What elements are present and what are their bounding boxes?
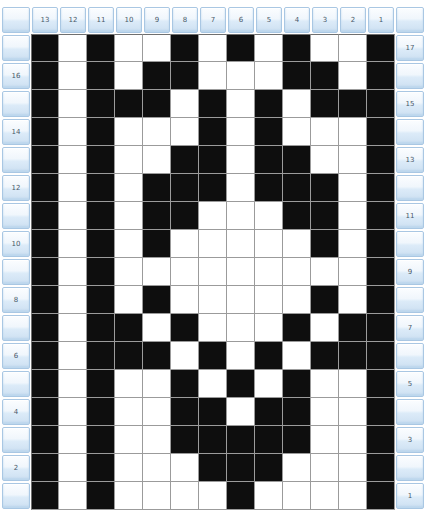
- cell-c8-r11-black[interactable]: [171, 202, 199, 230]
- cell-c5-r13-black[interactable]: [255, 146, 283, 174]
- cell-c10-r11-white[interactable]: [115, 202, 143, 230]
- cell-c2-r15-black[interactable]: [339, 90, 367, 118]
- cell-c8-r14-white[interactable]: [171, 118, 199, 146]
- cell-c13-r10-black[interactable]: [31, 230, 59, 258]
- cell-c6-r1-black[interactable]: [227, 482, 255, 510]
- cell-c5-r14-black[interactable]: [255, 118, 283, 146]
- cell-c7-r17-white[interactable]: [199, 34, 227, 62]
- cell-c11-r8-black[interactable]: [87, 286, 115, 314]
- cell-c1-r9-black[interactable]: [367, 258, 395, 286]
- cell-c2-r10-white[interactable]: [339, 230, 367, 258]
- cell-c4-r17-black[interactable]: [283, 34, 311, 62]
- cell-c8-r5-black[interactable]: [171, 370, 199, 398]
- cell-c10-r15-black[interactable]: [115, 90, 143, 118]
- cell-c6-r2-black[interactable]: [227, 454, 255, 482]
- cell-c9-r16-black[interactable]: [143, 62, 171, 90]
- cell-c4-r10-white[interactable]: [283, 230, 311, 258]
- cell-c3-r7-white[interactable]: [311, 314, 339, 342]
- cell-c12-r16-white[interactable]: [59, 62, 87, 90]
- row-label-left-8: 8: [2, 287, 30, 313]
- cell-c1-r16-black[interactable]: [367, 62, 395, 90]
- cell-c3-r6-black[interactable]: [311, 342, 339, 370]
- col-label-5: 5: [256, 7, 282, 33]
- cell-c13-r14-black[interactable]: [31, 118, 59, 146]
- row-label-right-14: [396, 119, 424, 145]
- cell-c5-r6-black[interactable]: [255, 342, 283, 370]
- cell-c1-r6-black[interactable]: [367, 342, 395, 370]
- cell-c5-r2-black[interactable]: [255, 454, 283, 482]
- cell-c13-r2-black[interactable]: [31, 454, 59, 482]
- row-label-right-16: [396, 63, 424, 89]
- col-label-12: 12: [60, 7, 86, 33]
- cell-c9-r4-white[interactable]: [143, 398, 171, 426]
- cell-c13-r11-black[interactable]: [31, 202, 59, 230]
- row-label-left-14: 14: [2, 119, 30, 145]
- cell-c5-r8-white[interactable]: [255, 286, 283, 314]
- cell-c11-r5-black[interactable]: [87, 370, 115, 398]
- cell-c7-r16-white[interactable]: [199, 62, 227, 90]
- cell-c10-r1-white[interactable]: [115, 482, 143, 510]
- row-label-left-3: [2, 427, 30, 453]
- cell-c7-r6-black[interactable]: [199, 342, 227, 370]
- cell-c5-r3-black[interactable]: [255, 426, 283, 454]
- row-label-right-2: [396, 455, 424, 481]
- cell-c11-r7-black[interactable]: [87, 314, 115, 342]
- row-label-left-2: 2: [2, 455, 30, 481]
- cell-c1-r17-black[interactable]: [367, 34, 395, 62]
- cell-c3-r2-white[interactable]: [311, 454, 339, 482]
- cell-c8-r6-white[interactable]: [171, 342, 199, 370]
- cell-c2-r13-white[interactable]: [339, 146, 367, 174]
- col-label-3: 3: [312, 7, 338, 33]
- cell-c4-r9-white[interactable]: [283, 258, 311, 286]
- row-label-left-17: [2, 35, 30, 61]
- col-label-8: 8: [172, 7, 198, 33]
- cell-c10-r6-black[interactable]: [115, 342, 143, 370]
- cell-c3-r9-white[interactable]: [311, 258, 339, 286]
- cell-c11-r12-black[interactable]: [87, 174, 115, 202]
- row-label-right-13: 13: [396, 147, 424, 173]
- cell-c7-r1-white[interactable]: [199, 482, 227, 510]
- cell-c8-r3-black[interactable]: [171, 426, 199, 454]
- cell-c8-r9-white[interactable]: [171, 258, 199, 286]
- cell-c3-r11-black[interactable]: [311, 202, 339, 230]
- cell-c12-r1-white[interactable]: [59, 482, 87, 510]
- cell-c7-r12-black[interactable]: [199, 174, 227, 202]
- cell-c12-r7-white[interactable]: [59, 314, 87, 342]
- cell-c10-r17-white[interactable]: [115, 34, 143, 62]
- cell-c3-r1-white[interactable]: [311, 482, 339, 510]
- cell-c9-r11-black[interactable]: [143, 202, 171, 230]
- cell-c11-r1-black[interactable]: [87, 482, 115, 510]
- row-label-right-12: [396, 175, 424, 201]
- row-label-left-12: 12: [2, 175, 30, 201]
- cell-c8-r16-black[interactable]: [171, 62, 199, 90]
- cell-c4-r3-black[interactable]: [283, 426, 311, 454]
- cell-c12-r4-white[interactable]: [59, 398, 87, 426]
- cell-c10-r13-white[interactable]: [115, 146, 143, 174]
- row-label-right-3: 3: [396, 427, 424, 453]
- cell-c2-r3-white[interactable]: [339, 426, 367, 454]
- cell-c1-r7-black[interactable]: [367, 314, 395, 342]
- row-label-right-8: [396, 287, 424, 313]
- cell-c9-r13-white[interactable]: [143, 146, 171, 174]
- cell-c6-r9-white[interactable]: [227, 258, 255, 286]
- cell-c5-r12-black[interactable]: [255, 174, 283, 202]
- cell-c8-r1-white[interactable]: [171, 482, 199, 510]
- row-label-left-15: [2, 91, 30, 117]
- cell-c11-r16-black[interactable]: [87, 62, 115, 90]
- cell-c4-r13-black[interactable]: [283, 146, 311, 174]
- cell-c3-r14-white[interactable]: [311, 118, 339, 146]
- cell-c4-r15-white[interactable]: [283, 90, 311, 118]
- cell-c3-r10-black[interactable]: [311, 230, 339, 258]
- cell-c9-r15-black[interactable]: [143, 90, 171, 118]
- cell-c9-r2-white[interactable]: [143, 454, 171, 482]
- cell-c10-r4-white[interactable]: [115, 398, 143, 426]
- row-label-right-17: 17: [396, 35, 424, 61]
- cell-c10-r16-white[interactable]: [115, 62, 143, 90]
- cell-c6-r5-black[interactable]: [227, 370, 255, 398]
- cell-c10-r10-white[interactable]: [115, 230, 143, 258]
- cell-c13-r13-black[interactable]: [31, 146, 59, 174]
- row-label-right-5: 5: [396, 371, 424, 397]
- cell-c7-r11-white[interactable]: [199, 202, 227, 230]
- cell-c7-r14-black[interactable]: [199, 118, 227, 146]
- cell-c11-r9-black[interactable]: [87, 258, 115, 286]
- cell-c3-r8-black[interactable]: [311, 286, 339, 314]
- cell-c2-r12-white[interactable]: [339, 174, 367, 202]
- cell-c9-r7-white[interactable]: [143, 314, 171, 342]
- row-label-left-7: [2, 315, 30, 341]
- cell-c1-r5-black[interactable]: [367, 370, 395, 398]
- cell-c7-r10-white[interactable]: [199, 230, 227, 258]
- corner-top-left: [2, 7, 30, 33]
- cell-c5-r4-black[interactable]: [255, 398, 283, 426]
- col-label-13: 13: [32, 7, 58, 33]
- cell-c4-r14-white[interactable]: [283, 118, 311, 146]
- row-label-right-11: 11: [396, 203, 424, 229]
- cell-c11-r17-black[interactable]: [87, 34, 115, 62]
- cell-c1-r8-black[interactable]: [367, 286, 395, 314]
- cell-c8-r12-black[interactable]: [171, 174, 199, 202]
- cell-c13-r9-black[interactable]: [31, 258, 59, 286]
- cell-c5-r7-white[interactable]: [255, 314, 283, 342]
- cell-c13-r6-black[interactable]: [31, 342, 59, 370]
- row-label-left-9: [2, 259, 30, 285]
- cell-c10-r2-white[interactable]: [115, 454, 143, 482]
- cell-c6-r10-white[interactable]: [227, 230, 255, 258]
- cell-c8-r17-black[interactable]: [171, 34, 199, 62]
- cell-c3-r13-white[interactable]: [311, 146, 339, 174]
- cell-c2-r17-white[interactable]: [339, 34, 367, 62]
- cell-c7-r4-black[interactable]: [199, 398, 227, 426]
- cell-c7-r3-black[interactable]: [199, 426, 227, 454]
- cell-c9-r5-white[interactable]: [143, 370, 171, 398]
- cell-c12-r14-white[interactable]: [59, 118, 87, 146]
- cell-c2-r7-black[interactable]: [339, 314, 367, 342]
- row-label-left-6: 6: [2, 343, 30, 369]
- col-label-9: 9: [144, 7, 170, 33]
- cell-c13-r16-black[interactable]: [31, 62, 59, 90]
- row-label-right-10: [396, 231, 424, 257]
- cell-c13-r4-black[interactable]: [31, 398, 59, 426]
- cell-c3-r5-white[interactable]: [311, 370, 339, 398]
- cell-c4-r2-white[interactable]: [283, 454, 311, 482]
- cell-c8-r2-white[interactable]: [171, 454, 199, 482]
- cell-c12-r2-white[interactable]: [59, 454, 87, 482]
- cell-c10-r14-white[interactable]: [115, 118, 143, 146]
- cell-c3-r4-white[interactable]: [311, 398, 339, 426]
- col-label-4: 4: [284, 7, 310, 33]
- row-label-right-7: 7: [396, 315, 424, 341]
- cell-c11-r2-black[interactable]: [87, 454, 115, 482]
- cell-c4-r16-black[interactable]: [283, 62, 311, 90]
- row-label-left-5: [2, 371, 30, 397]
- cell-c6-r6-white[interactable]: [227, 342, 255, 370]
- cell-c5-r16-white[interactable]: [255, 62, 283, 90]
- cell-c5-r11-white[interactable]: [255, 202, 283, 230]
- cell-c6-r15-white[interactable]: [227, 90, 255, 118]
- cell-c12-r13-white[interactable]: [59, 146, 87, 174]
- cell-c1-r14-black[interactable]: [367, 118, 395, 146]
- cell-c9-r9-white[interactable]: [143, 258, 171, 286]
- cell-c5-r10-white[interactable]: [255, 230, 283, 258]
- cell-c4-r4-black[interactable]: [283, 398, 311, 426]
- cell-c9-r6-black[interactable]: [143, 342, 171, 370]
- cell-c9-r3-white[interactable]: [143, 426, 171, 454]
- cell-c1-r2-black[interactable]: [367, 454, 395, 482]
- cell-c6-r16-white[interactable]: [227, 62, 255, 90]
- cell-c6-r12-white[interactable]: [227, 174, 255, 202]
- row-label-right-4: [396, 399, 424, 425]
- cell-c6-r14-white[interactable]: [227, 118, 255, 146]
- col-label-1: 1: [368, 7, 394, 33]
- cell-c13-r1-black[interactable]: [31, 482, 59, 510]
- cell-c2-r2-white[interactable]: [339, 454, 367, 482]
- cell-c4-r5-black[interactable]: [283, 370, 311, 398]
- cell-c9-r14-white[interactable]: [143, 118, 171, 146]
- cell-c4-r8-white[interactable]: [283, 286, 311, 314]
- cell-c13-r15-black[interactable]: [31, 90, 59, 118]
- cell-c12-r11-white[interactable]: [59, 202, 87, 230]
- cell-c6-r8-white[interactable]: [227, 286, 255, 314]
- cell-c13-r17-black[interactable]: [31, 34, 59, 62]
- cell-c9-r10-black[interactable]: [143, 230, 171, 258]
- cell-c8-r13-black[interactable]: [171, 146, 199, 174]
- cell-c5-r15-black[interactable]: [255, 90, 283, 118]
- row-label-right-9: 9: [396, 259, 424, 285]
- col-label-6: 6: [228, 7, 254, 33]
- cell-c11-r15-black[interactable]: [87, 90, 115, 118]
- cell-c6-r11-white[interactable]: [227, 202, 255, 230]
- cell-c8-r7-black[interactable]: [171, 314, 199, 342]
- col-label-2: 2: [340, 7, 366, 33]
- cell-c6-r13-white[interactable]: [227, 146, 255, 174]
- row-label-left-1: [2, 483, 30, 509]
- row-label-right-1: 1: [396, 483, 424, 509]
- cell-c8-r8-white[interactable]: [171, 286, 199, 314]
- cell-c12-r9-white[interactable]: [59, 258, 87, 286]
- row-label-right-15: 15: [396, 91, 424, 117]
- cell-c9-r17-white[interactable]: [143, 34, 171, 62]
- cell-c12-r15-white[interactable]: [59, 90, 87, 118]
- col-label-11: 11: [88, 7, 114, 33]
- cell-c3-r3-white[interactable]: [311, 426, 339, 454]
- cell-c11-r6-black[interactable]: [87, 342, 115, 370]
- cell-c2-r1-white[interactable]: [339, 482, 367, 510]
- cell-c12-r3-white[interactable]: [59, 426, 87, 454]
- cell-c12-r17-white[interactable]: [59, 34, 87, 62]
- cell-c8-r15-white[interactable]: [171, 90, 199, 118]
- cell-c11-r3-black[interactable]: [87, 426, 115, 454]
- pattern-chart-grid: 1312111098765432117161514131211109876543…: [1, 6, 426, 510]
- cell-c4-r6-white[interactable]: [283, 342, 311, 370]
- cell-c9-r12-black[interactable]: [143, 174, 171, 202]
- cell-c13-r8-black[interactable]: [31, 286, 59, 314]
- cell-c9-r1-white[interactable]: [143, 482, 171, 510]
- cell-c3-r15-black[interactable]: [311, 90, 339, 118]
- cell-c12-r6-white[interactable]: [59, 342, 87, 370]
- corner-top-right: [396, 7, 424, 33]
- row-label-right-6: [396, 343, 424, 369]
- cell-c2-r16-white[interactable]: [339, 62, 367, 90]
- cell-c12-r5-white[interactable]: [59, 370, 87, 398]
- row-label-left-16: 16: [2, 63, 30, 89]
- cell-c13-r3-black[interactable]: [31, 426, 59, 454]
- cell-c12-r10-white[interactable]: [59, 230, 87, 258]
- cell-c1-r1-black[interactable]: [367, 482, 395, 510]
- cell-c4-r11-black[interactable]: [283, 202, 311, 230]
- cell-c1-r10-black[interactable]: [367, 230, 395, 258]
- cell-c7-r5-white[interactable]: [199, 370, 227, 398]
- row-label-left-11: [2, 203, 30, 229]
- cell-c2-r14-white[interactable]: [339, 118, 367, 146]
- cell-c6-r4-white[interactable]: [227, 398, 255, 426]
- cell-c12-r8-white[interactable]: [59, 286, 87, 314]
- cell-c10-r8-white[interactable]: [115, 286, 143, 314]
- cell-c13-r5-black[interactable]: [31, 370, 59, 398]
- cell-c10-r7-black[interactable]: [115, 314, 143, 342]
- cell-c1-r11-black[interactable]: [367, 202, 395, 230]
- cell-c1-r12-black[interactable]: [367, 174, 395, 202]
- cell-c13-r12-black[interactable]: [31, 174, 59, 202]
- cell-c2-r11-white[interactable]: [339, 202, 367, 230]
- cell-c10-r12-white[interactable]: [115, 174, 143, 202]
- cell-c7-r15-black[interactable]: [199, 90, 227, 118]
- cell-c5-r5-white[interactable]: [255, 370, 283, 398]
- cell-c5-r1-white[interactable]: [255, 482, 283, 510]
- cell-c7-r2-black[interactable]: [199, 454, 227, 482]
- col-label-10: 10: [116, 7, 142, 33]
- cell-c6-r7-white[interactable]: [227, 314, 255, 342]
- row-label-left-10: 10: [2, 231, 30, 257]
- cell-c2-r9-white[interactable]: [339, 258, 367, 286]
- cell-c1-r4-black[interactable]: [367, 398, 395, 426]
- cell-c8-r10-white[interactable]: [171, 230, 199, 258]
- cell-c11-r14-black[interactable]: [87, 118, 115, 146]
- cell-c7-r9-white[interactable]: [199, 258, 227, 286]
- row-label-left-4: 4: [2, 399, 30, 425]
- cell-c1-r3-black[interactable]: [367, 426, 395, 454]
- cell-c10-r9-white[interactable]: [115, 258, 143, 286]
- cell-c7-r8-white[interactable]: [199, 286, 227, 314]
- cell-c7-r13-black[interactable]: [199, 146, 227, 174]
- cell-c2-r8-white[interactable]: [339, 286, 367, 314]
- cell-c12-r12-white[interactable]: [59, 174, 87, 202]
- cell-c11-r4-black[interactable]: [87, 398, 115, 426]
- cell-c6-r17-black[interactable]: [227, 34, 255, 62]
- cell-c9-r8-black[interactable]: [143, 286, 171, 314]
- cell-c2-r6-black[interactable]: [339, 342, 367, 370]
- cell-c5-r17-white[interactable]: [255, 34, 283, 62]
- cell-c3-r16-black[interactable]: [311, 62, 339, 90]
- cell-c6-r3-black[interactable]: [227, 426, 255, 454]
- cell-c11-r11-black[interactable]: [87, 202, 115, 230]
- cell-c4-r12-black[interactable]: [283, 174, 311, 202]
- cell-c11-r13-black[interactable]: [87, 146, 115, 174]
- col-label-7: 7: [200, 7, 226, 33]
- cell-c10-r5-white[interactable]: [115, 370, 143, 398]
- cell-c2-r4-white[interactable]: [339, 398, 367, 426]
- cell-c3-r17-white[interactable]: [311, 34, 339, 62]
- cell-c2-r5-white[interactable]: [339, 370, 367, 398]
- cell-c5-r9-white[interactable]: [255, 258, 283, 286]
- cell-c1-r15-black[interactable]: [367, 90, 395, 118]
- cell-c8-r4-black[interactable]: [171, 398, 199, 426]
- cell-c4-r7-black[interactable]: [283, 314, 311, 342]
- cell-c3-r12-black[interactable]: [311, 174, 339, 202]
- cell-c4-r1-white[interactable]: [283, 482, 311, 510]
- cell-c7-r7-white[interactable]: [199, 314, 227, 342]
- cell-c10-r3-white[interactable]: [115, 426, 143, 454]
- cell-c1-r13-black[interactable]: [367, 146, 395, 174]
- pattern-chart-page: 1312111098765432117161514131211109876543…: [0, 0, 426, 516]
- cell-c13-r7-black[interactable]: [31, 314, 59, 342]
- cell-c11-r10-black[interactable]: [87, 230, 115, 258]
- row-label-left-13: [2, 147, 30, 173]
